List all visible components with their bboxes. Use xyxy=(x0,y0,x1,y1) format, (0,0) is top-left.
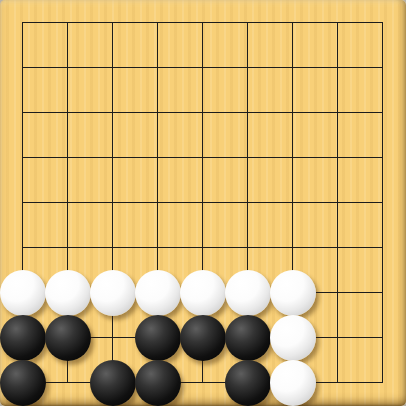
intersection-E1[interactable] xyxy=(180,360,225,405)
intersection-B7[interactable] xyxy=(45,90,90,135)
intersection-J9[interactable] xyxy=(360,0,405,45)
intersection-H8[interactable] xyxy=(315,45,360,90)
intersection-D5[interactable] xyxy=(135,180,180,225)
intersection-E5[interactable] xyxy=(180,180,225,225)
intersection-F7[interactable] xyxy=(225,90,270,135)
white-stone xyxy=(180,270,226,316)
intersection-E2[interactable] xyxy=(180,315,225,360)
intersection-D1[interactable] xyxy=(135,360,180,405)
intersection-D6[interactable] xyxy=(135,135,180,180)
intersection-C4[interactable] xyxy=(90,225,135,270)
intersection-D7[interactable] xyxy=(135,90,180,135)
intersection-G5[interactable] xyxy=(270,180,315,225)
intersection-H1[interactable] xyxy=(315,360,360,405)
intersection-H5[interactable] xyxy=(315,180,360,225)
intersection-C6[interactable] xyxy=(90,135,135,180)
intersection-J4[interactable] xyxy=(360,225,405,270)
intersection-E3[interactable] xyxy=(180,270,225,315)
intersection-C9[interactable] xyxy=(90,0,135,45)
intersection-B8[interactable] xyxy=(45,45,90,90)
intersection-A9[interactable] xyxy=(0,0,45,45)
intersection-G6[interactable] xyxy=(270,135,315,180)
intersection-A7[interactable] xyxy=(0,90,45,135)
intersection-A5[interactable] xyxy=(0,180,45,225)
intersection-B6[interactable] xyxy=(45,135,90,180)
board-grid xyxy=(0,0,405,405)
intersection-F5[interactable] xyxy=(225,180,270,225)
intersection-J3[interactable] xyxy=(360,270,405,315)
white-stone xyxy=(0,270,46,316)
black-stone xyxy=(135,315,181,361)
intersection-F4[interactable] xyxy=(225,225,270,270)
intersection-H7[interactable] xyxy=(315,90,360,135)
intersection-F1[interactable] xyxy=(225,360,270,405)
intersection-J5[interactable] xyxy=(360,180,405,225)
intersection-E7[interactable] xyxy=(180,90,225,135)
intersection-B2[interactable] xyxy=(45,315,90,360)
intersection-A4[interactable] xyxy=(0,225,45,270)
intersection-G8[interactable] xyxy=(270,45,315,90)
black-stone xyxy=(225,315,271,361)
intersection-E6[interactable] xyxy=(180,135,225,180)
intersection-C5[interactable] xyxy=(90,180,135,225)
intersection-G3[interactable] xyxy=(270,270,315,315)
intersection-D9[interactable] xyxy=(135,0,180,45)
intersection-C2[interactable] xyxy=(90,315,135,360)
intersection-C7[interactable] xyxy=(90,90,135,135)
intersection-C3[interactable] xyxy=(90,270,135,315)
white-stone xyxy=(90,270,136,316)
intersection-D4[interactable] xyxy=(135,225,180,270)
intersection-D2[interactable] xyxy=(135,315,180,360)
intersection-B3[interactable] xyxy=(45,270,90,315)
intersection-E4[interactable] xyxy=(180,225,225,270)
intersection-H3[interactable] xyxy=(315,270,360,315)
intersection-J6[interactable] xyxy=(360,135,405,180)
intersection-A6[interactable] xyxy=(0,135,45,180)
intersection-F2[interactable] xyxy=(225,315,270,360)
white-stone xyxy=(270,270,316,316)
black-stone xyxy=(0,315,46,361)
intersection-G2[interactable] xyxy=(270,315,315,360)
intersection-A2[interactable] xyxy=(0,315,45,360)
intersection-H9[interactable] xyxy=(315,0,360,45)
intersection-B1[interactable] xyxy=(45,360,90,405)
intersection-F8[interactable] xyxy=(225,45,270,90)
intersection-F3[interactable] xyxy=(225,270,270,315)
intersection-J7[interactable] xyxy=(360,90,405,135)
intersection-E8[interactable] xyxy=(180,45,225,90)
intersection-A8[interactable] xyxy=(0,45,45,90)
intersection-H4[interactable] xyxy=(315,225,360,270)
white-stone xyxy=(270,360,316,406)
intersection-G9[interactable] xyxy=(270,0,315,45)
intersection-D3[interactable] xyxy=(135,270,180,315)
go-board xyxy=(0,0,406,406)
white-stone xyxy=(135,270,181,316)
intersection-G1[interactable] xyxy=(270,360,315,405)
intersection-E9[interactable] xyxy=(180,0,225,45)
intersection-J1[interactable] xyxy=(360,360,405,405)
intersection-J8[interactable] xyxy=(360,45,405,90)
intersection-F9[interactable] xyxy=(225,0,270,45)
intersection-J2[interactable] xyxy=(360,315,405,360)
black-stone xyxy=(45,315,91,361)
intersection-A3[interactable] xyxy=(0,270,45,315)
black-stone xyxy=(0,360,46,406)
intersection-G4[interactable] xyxy=(270,225,315,270)
black-stone xyxy=(90,360,136,406)
intersection-A1[interactable] xyxy=(0,360,45,405)
black-stone xyxy=(225,360,271,406)
intersection-F6[interactable] xyxy=(225,135,270,180)
intersection-B5[interactable] xyxy=(45,180,90,225)
intersection-G7[interactable] xyxy=(270,90,315,135)
black-stone xyxy=(180,315,226,361)
intersection-D8[interactable] xyxy=(135,45,180,90)
black-stone xyxy=(135,360,181,406)
intersection-H6[interactable] xyxy=(315,135,360,180)
intersection-C8[interactable] xyxy=(90,45,135,90)
intersection-B4[interactable] xyxy=(45,225,90,270)
white-stone xyxy=(270,315,316,361)
white-stone xyxy=(225,270,271,316)
intersection-H2[interactable] xyxy=(315,315,360,360)
intersection-B9[interactable] xyxy=(45,0,90,45)
white-stone xyxy=(45,270,91,316)
intersection-C1[interactable] xyxy=(90,360,135,405)
